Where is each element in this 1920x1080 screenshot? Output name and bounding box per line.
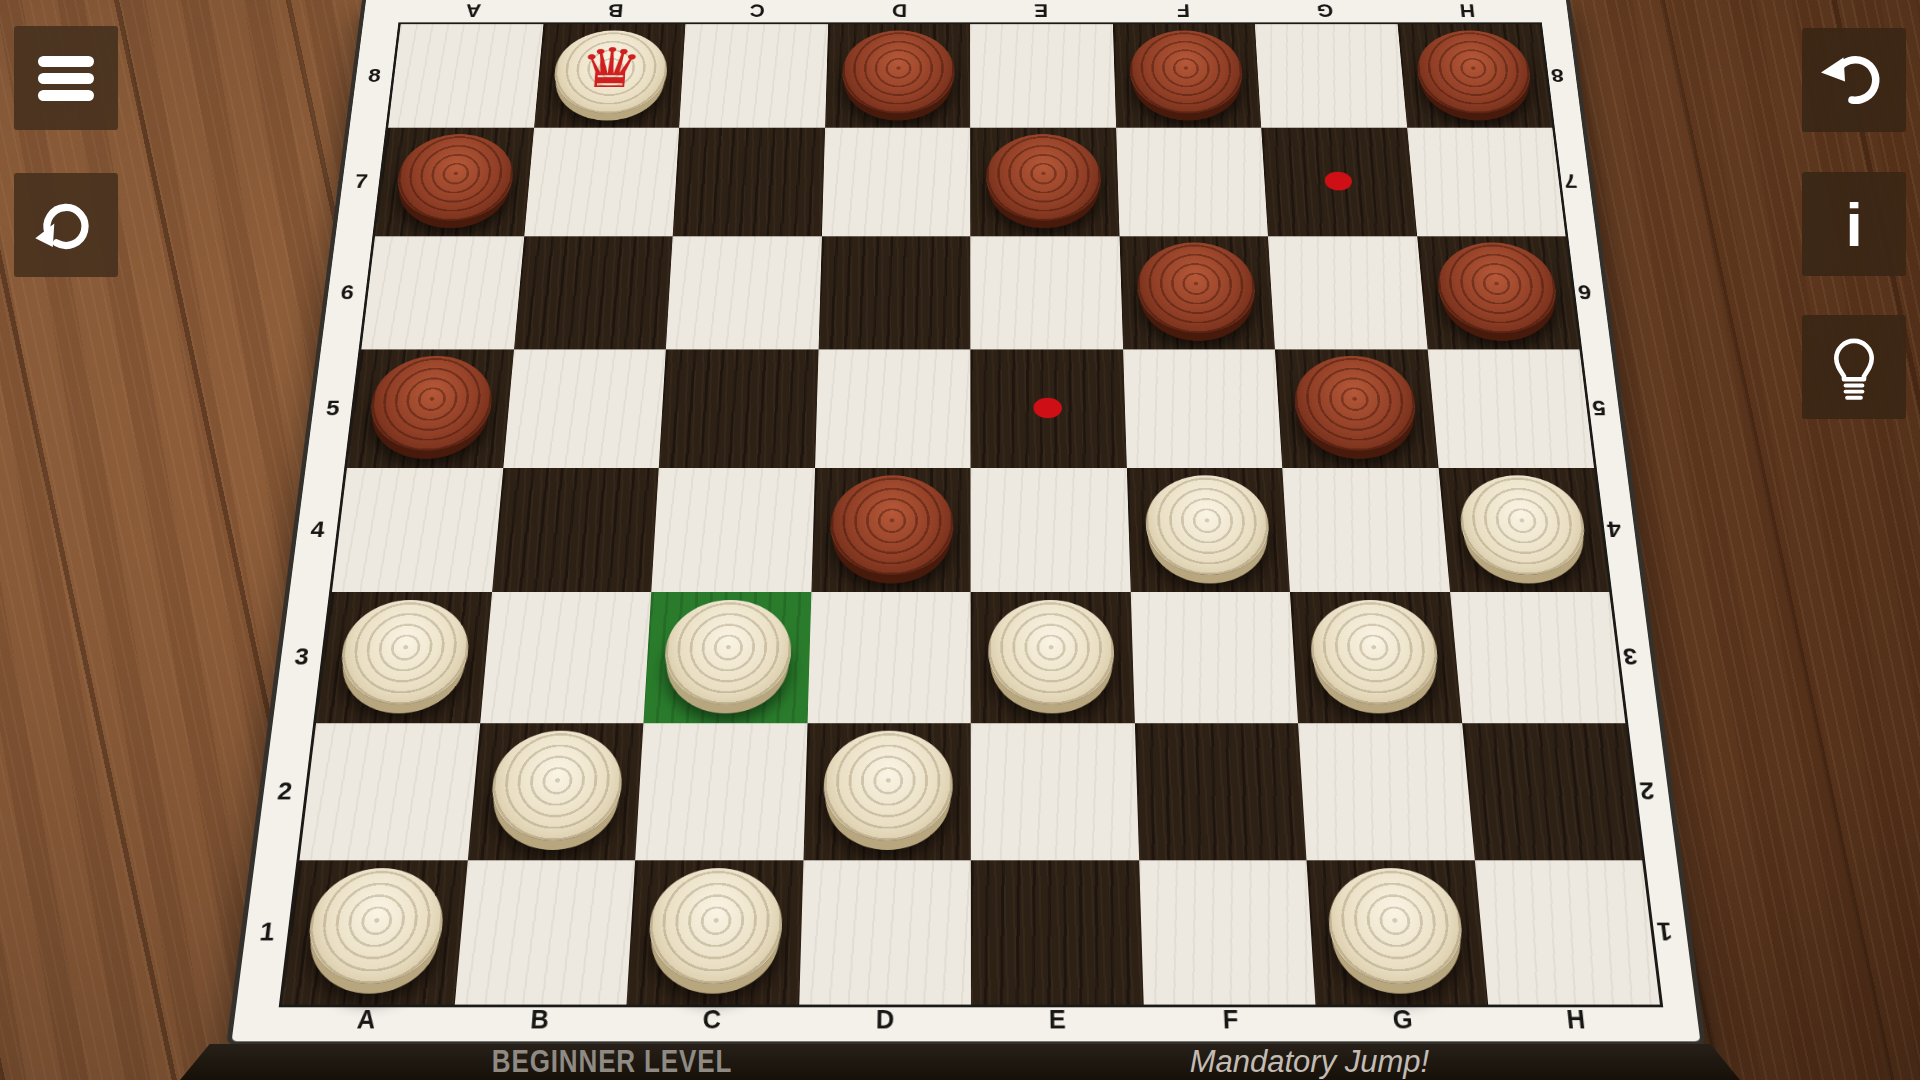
file-label-top-G: G xyxy=(1264,0,1387,23)
piece-white-man-A1[interactable] xyxy=(303,869,448,984)
square-B1 xyxy=(454,860,635,1004)
square-G4 xyxy=(1282,468,1449,592)
square-E5[interactable] xyxy=(970,349,1126,468)
board-grid: ♛ xyxy=(282,24,1660,1004)
square-G6 xyxy=(1268,236,1427,349)
square-E6 xyxy=(970,236,1122,349)
square-E3[interactable] xyxy=(971,592,1135,723)
piece-red-man-H8[interactable] xyxy=(1413,30,1534,113)
square-F1 xyxy=(1139,860,1316,1004)
file-label-top-H: H xyxy=(1405,0,1528,23)
piece-red-man-A7[interactable] xyxy=(393,134,517,220)
square-B8[interactable]: ♛ xyxy=(534,24,686,128)
square-F6[interactable] xyxy=(1119,236,1275,349)
square-D3 xyxy=(807,592,971,723)
piece-white-man-F4[interactable] xyxy=(1144,475,1272,574)
status-message: Mandatory Jump! xyxy=(1190,1044,1430,1080)
square-F4[interactable] xyxy=(1126,468,1290,592)
square-E4 xyxy=(970,468,1130,592)
square-G2 xyxy=(1298,723,1474,860)
piece-red-man-F8[interactable] xyxy=(1128,30,1244,113)
square-D6[interactable] xyxy=(818,236,970,349)
square-E8 xyxy=(970,24,1116,128)
square-A5[interactable] xyxy=(347,349,514,468)
file-label-bottom-D: D xyxy=(811,1001,958,1038)
square-B4[interactable] xyxy=(492,468,659,592)
square-C1[interactable] xyxy=(626,860,803,1004)
piece-white-man-C3[interactable] xyxy=(662,600,793,704)
square-F7 xyxy=(1116,128,1268,236)
piece-red-man-D8[interactable] xyxy=(841,30,954,113)
square-A1[interactable] xyxy=(282,860,467,1004)
square-G8 xyxy=(1255,24,1407,128)
restart-icon xyxy=(28,187,104,263)
piece-white-man-E3[interactable] xyxy=(988,600,1116,704)
square-H6[interactable] xyxy=(1417,236,1580,349)
piece-white-man-C1[interactable] xyxy=(647,869,785,984)
square-E7[interactable] xyxy=(970,128,1119,236)
file-label-bottom-C: C xyxy=(637,1001,785,1038)
square-A2 xyxy=(299,723,479,860)
square-C3[interactable] xyxy=(643,592,811,723)
square-C7[interactable] xyxy=(673,128,825,236)
file-labels-bottom: ABCDEFGH xyxy=(278,1001,1664,1038)
piece-white-man-G3[interactable] xyxy=(1308,600,1442,704)
menu-button[interactable] xyxy=(14,26,118,130)
king-crown-icon: ♛ xyxy=(577,40,645,95)
file-label-bottom-H: H xyxy=(1500,1001,1651,1038)
info-button[interactable]: i xyxy=(1802,172,1906,276)
square-A3[interactable] xyxy=(316,592,491,723)
square-F5 xyxy=(1123,349,1283,468)
square-H8[interactable] xyxy=(1397,24,1552,128)
square-H2[interactable] xyxy=(1462,723,1643,860)
square-C8 xyxy=(679,24,828,128)
move-hint-dot-G7[interactable] xyxy=(1324,172,1353,191)
square-C6 xyxy=(666,236,822,349)
square-G1[interactable] xyxy=(1307,860,1488,1004)
square-B5 xyxy=(503,349,666,468)
piece-red-man-F6[interactable] xyxy=(1136,243,1258,333)
lightbulb-icon xyxy=(1814,327,1894,407)
piece-white-man-H4[interactable] xyxy=(1456,475,1590,574)
square-D2[interactable] xyxy=(803,723,971,860)
file-label-top-E: E xyxy=(981,0,1102,23)
square-B3 xyxy=(480,592,651,723)
square-A4 xyxy=(332,468,503,592)
checkers-board: ABCDEFGH 87654321 87654321 ♛ ABCDEFGH xyxy=(226,0,1706,1046)
square-C4 xyxy=(651,468,814,592)
square-H4[interactable] xyxy=(1438,468,1609,592)
square-H7 xyxy=(1407,128,1566,236)
piece-white-man-A3[interactable] xyxy=(336,600,473,704)
square-G7[interactable] xyxy=(1261,128,1417,236)
undo-arrow-icon xyxy=(1815,41,1893,119)
piece-red-man-H6[interactable] xyxy=(1434,243,1561,333)
square-B7 xyxy=(524,128,679,236)
square-A7[interactable] xyxy=(375,128,534,236)
undo-button[interactable] xyxy=(1802,28,1906,132)
square-F3 xyxy=(1130,592,1298,723)
square-H3 xyxy=(1450,592,1626,723)
square-H1 xyxy=(1474,860,1660,1004)
square-D8[interactable] xyxy=(825,24,971,128)
square-A6 xyxy=(361,236,524,349)
square-G3[interactable] xyxy=(1290,592,1462,723)
file-label-bottom-E: E xyxy=(984,1001,1131,1038)
file-label-top-D: D xyxy=(838,0,959,23)
file-label-top-B: B xyxy=(554,0,677,23)
file-label-top-A: A xyxy=(411,0,534,23)
square-G5[interactable] xyxy=(1275,349,1438,468)
piece-red-man-E7[interactable] xyxy=(986,134,1102,220)
level-label: BEGINNER LEVEL xyxy=(492,1044,732,1080)
hint-button[interactable] xyxy=(1802,315,1906,419)
square-F8[interactable] xyxy=(1112,24,1261,128)
square-D5 xyxy=(815,349,971,468)
piece-red-man-A5[interactable] xyxy=(366,356,496,451)
square-B2[interactable] xyxy=(467,723,643,860)
file-label-bottom-A: A xyxy=(291,1001,442,1038)
square-D1 xyxy=(799,860,971,1004)
file-label-bottom-B: B xyxy=(464,1001,614,1038)
hamburger-icon xyxy=(34,46,98,110)
restart-button[interactable] xyxy=(14,173,118,277)
file-label-bottom-F: F xyxy=(1156,1001,1304,1038)
piece-white-man-B2[interactable] xyxy=(488,731,625,841)
square-A8 xyxy=(388,24,543,128)
move-hint-dot-E5[interactable] xyxy=(1033,398,1062,418)
square-F2[interactable] xyxy=(1134,723,1306,860)
square-D7 xyxy=(821,128,970,236)
square-D4[interactable] xyxy=(811,468,971,592)
square-H5 xyxy=(1427,349,1594,468)
file-label-bottom-G: G xyxy=(1328,1001,1478,1038)
piece-white-man-D2[interactable] xyxy=(822,731,953,841)
piece-white-king-B8[interactable]: ♛ xyxy=(551,30,669,113)
file-label-top-F: F xyxy=(1122,0,1244,23)
board-frame: ABCDEFGH 87654321 87654321 ♛ ABCDEFGH xyxy=(226,0,1706,1046)
file-labels-top: ABCDEFGH xyxy=(401,0,1540,23)
square-B6[interactable] xyxy=(514,236,673,349)
piece-red-man-D4[interactable] xyxy=(829,475,953,574)
piece-red-man-G5[interactable] xyxy=(1292,356,1419,451)
piece-white-man-G1[interactable] xyxy=(1326,869,1467,984)
status-bar: BEGINNER LEVEL Mandatory Jump! xyxy=(180,1044,1740,1080)
info-icon: i xyxy=(1845,189,1862,260)
square-E2 xyxy=(971,723,1139,860)
square-C2 xyxy=(635,723,807,860)
file-label-top-C: C xyxy=(696,0,818,23)
square-C5[interactable] xyxy=(659,349,818,468)
square-E1[interactable] xyxy=(971,860,1143,1004)
